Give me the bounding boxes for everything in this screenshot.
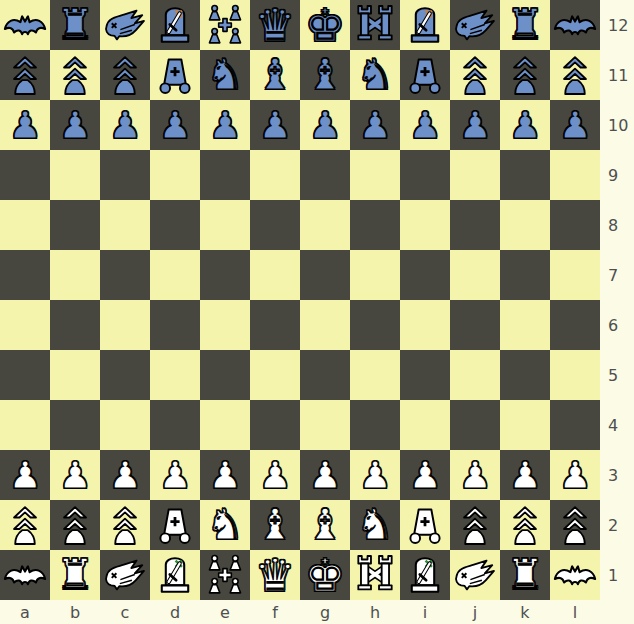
file-label-k: k [500, 600, 550, 624]
piece-black-eagle [452, 2, 498, 48]
square-d9[interactable] [150, 150, 200, 200]
rank-label-11: 11 [600, 50, 634, 100]
square-c7[interactable] [100, 250, 150, 300]
square-a7[interactable] [0, 250, 50, 300]
square-a6[interactable] [0, 300, 50, 350]
square-l4[interactable] [550, 400, 600, 450]
piece-white-bat [2, 552, 48, 598]
square-a2[interactable] [0, 500, 50, 550]
piece-black-superpawn [102, 52, 148, 98]
square-k9[interactable] [500, 150, 550, 200]
square-d7[interactable] [150, 250, 200, 300]
square-l2[interactable] [550, 500, 600, 550]
square-f9[interactable] [250, 150, 300, 200]
file-label-f: f [250, 600, 300, 624]
square-k2[interactable] [500, 500, 550, 550]
piece-black-bishop: ♝ [306, 54, 344, 96]
piece-black-pawn: ♟ [58, 107, 91, 144]
square-b4[interactable] [50, 400, 100, 450]
board: ♜♛♚♜♞♝♝♞♟♟♟♟♟♟♟♟♟♟♟♟♟♟♟♟♟♟♟♟♟♟♟♟♞♝♝♞♜♛♚♜ [0, 0, 600, 600]
square-c6[interactable] [100, 300, 150, 350]
square-k4[interactable] [500, 400, 550, 450]
square-j3[interactable]: ♟ [450, 450, 500, 500]
file-label-i: i [400, 600, 450, 624]
square-b12[interactable]: ♜ [50, 0, 100, 50]
file-label-b: b [50, 600, 100, 624]
rank-label-2: 2 [600, 500, 634, 550]
square-i10[interactable]: ♟ [400, 100, 450, 150]
square-i9[interactable] [400, 150, 450, 200]
piece-black-rook: ♜ [506, 4, 544, 46]
rank-label-4: 4 [600, 400, 634, 450]
piece-black-queen: ♛ [255, 3, 295, 48]
square-c9[interactable] [100, 150, 150, 200]
square-k12[interactable]: ♜ [500, 0, 550, 50]
piece-black-rook: ♜ [56, 4, 94, 46]
piece-white-grave [402, 552, 448, 598]
square-h5[interactable] [350, 350, 400, 400]
square-d2[interactable] [150, 500, 200, 550]
square-c3[interactable]: ♟ [100, 450, 150, 500]
square-c5[interactable] [100, 350, 150, 400]
square-c11[interactable] [100, 50, 150, 100]
square-a12[interactable] [0, 0, 50, 50]
square-j9[interactable] [450, 150, 500, 200]
piece-white-bishop: ♝ [306, 504, 344, 546]
square-b10[interactable]: ♟ [50, 100, 100, 150]
square-e4[interactable] [200, 400, 250, 450]
square-b11[interactable] [50, 50, 100, 100]
piece-white-knight: ♞ [206, 504, 244, 546]
piece-black-superpawn [502, 52, 548, 98]
square-g5[interactable] [300, 350, 350, 400]
square-k8[interactable] [500, 200, 550, 250]
square-c12[interactable] [100, 0, 150, 50]
square-h2[interactable]: ♞ [350, 500, 400, 550]
piece-white-pawn: ♟ [558, 457, 591, 494]
square-g2[interactable]: ♝ [300, 500, 350, 550]
square-i11[interactable] [400, 50, 450, 100]
square-d1[interactable] [150, 550, 200, 600]
square-j11[interactable] [450, 50, 500, 100]
square-e11[interactable]: ♞ [200, 50, 250, 100]
piece-black-superpawn [552, 52, 598, 98]
square-d12[interactable] [150, 0, 200, 50]
piece-white-pawn: ♟ [108, 457, 141, 494]
square-h9[interactable] [350, 150, 400, 200]
square-l5[interactable] [550, 350, 600, 400]
file-label-c: c [100, 600, 150, 624]
piece-white-rook: ♜ [506, 554, 544, 596]
piece-white-pawn: ♟ [458, 457, 491, 494]
piece-black-bat [552, 2, 598, 48]
square-g1[interactable]: ♚ [300, 550, 350, 600]
file-label-h: h [350, 600, 400, 624]
square-b7[interactable] [50, 250, 100, 300]
square-l6[interactable] [550, 300, 600, 350]
piece-white-superpawn [452, 502, 498, 548]
rank-label-10: 10 [600, 100, 634, 150]
square-i12[interactable] [400, 0, 450, 50]
square-e8[interactable] [200, 200, 250, 250]
square-e2[interactable]: ♞ [200, 500, 250, 550]
square-h8[interactable] [350, 200, 400, 250]
square-l12[interactable] [550, 0, 600, 50]
square-i8[interactable] [400, 200, 450, 250]
piece-black-pawn: ♟ [158, 107, 191, 144]
piece-white-king: ♚ [305, 553, 345, 598]
piece-white-double-rook [352, 552, 398, 598]
piece-black-pawn: ♟ [558, 107, 591, 144]
piece-black-superpawn [52, 52, 98, 98]
square-l1[interactable] [550, 550, 600, 600]
square-c8[interactable] [100, 200, 150, 250]
piece-white-superpawn [2, 502, 48, 548]
piece-white-pawn: ♟ [58, 457, 91, 494]
piece-black-pawn: ♟ [408, 107, 441, 144]
square-d10[interactable]: ♟ [150, 100, 200, 150]
square-g3[interactable]: ♟ [300, 450, 350, 500]
rank-label-3: 3 [600, 450, 634, 500]
piece-white-bat [552, 552, 598, 598]
piece-white-pawn: ♟ [308, 457, 341, 494]
square-e10[interactable]: ♟ [200, 100, 250, 150]
piece-black-pawn: ♟ [208, 107, 241, 144]
piece-black-eagle [102, 2, 148, 48]
piece-white-knight: ♞ [356, 504, 394, 546]
piece-white-pawn: ♟ [508, 457, 541, 494]
square-a9[interactable] [0, 150, 50, 200]
file-label-g: g [300, 600, 350, 624]
square-a4[interactable] [0, 400, 50, 450]
square-j2[interactable] [450, 500, 500, 550]
square-f7[interactable] [250, 250, 300, 300]
square-f12[interactable]: ♛ [250, 0, 300, 50]
square-e1[interactable] [200, 550, 250, 600]
square-d4[interactable] [150, 400, 200, 450]
rank-label-7: 7 [600, 250, 634, 300]
square-k3[interactable]: ♟ [500, 450, 550, 500]
square-d11[interactable] [150, 50, 200, 100]
piece-black-knight: ♞ [356, 54, 394, 96]
piece-black-king: ♚ [305, 3, 345, 48]
square-h3[interactable]: ♟ [350, 450, 400, 500]
piece-black-pawn: ♟ [8, 107, 41, 144]
square-b5[interactable] [50, 350, 100, 400]
square-j7[interactable] [450, 250, 500, 300]
square-e5[interactable] [200, 350, 250, 400]
file-labels: abcdefghijkl [0, 600, 600, 624]
piece-black-pawn: ♟ [358, 107, 391, 144]
square-g6[interactable] [300, 300, 350, 350]
piece-black-grave [402, 2, 448, 48]
piece-black-superpawn [2, 52, 48, 98]
square-j8[interactable] [450, 200, 500, 250]
piece-black-war-machine [402, 52, 448, 98]
piece-black-grave [152, 2, 198, 48]
square-b2[interactable] [50, 500, 100, 550]
square-i2[interactable] [400, 500, 450, 550]
piece-white-pawn: ♟ [408, 457, 441, 494]
square-b8[interactable] [50, 200, 100, 250]
piece-white-pawn: ♟ [208, 457, 241, 494]
rank-label-5: 5 [600, 350, 634, 400]
square-f5[interactable] [250, 350, 300, 400]
square-f6[interactable] [250, 300, 300, 350]
square-e9[interactable] [200, 150, 250, 200]
square-h6[interactable] [350, 300, 400, 350]
piece-white-bishop: ♝ [256, 504, 294, 546]
square-g4[interactable] [300, 400, 350, 450]
piece-white-pawn: ♟ [258, 457, 291, 494]
square-e3[interactable]: ♟ [200, 450, 250, 500]
square-j5[interactable] [450, 350, 500, 400]
file-label-j: j [450, 600, 500, 624]
square-a11[interactable] [0, 50, 50, 100]
piece-white-eagle [452, 552, 498, 598]
square-i1[interactable] [400, 550, 450, 600]
piece-white-superpawn [552, 502, 598, 548]
square-l7[interactable] [550, 250, 600, 300]
rank-label-8: 8 [600, 200, 634, 250]
square-f1[interactable]: ♛ [250, 550, 300, 600]
piece-black-knight: ♞ [206, 54, 244, 96]
piece-black-pawn: ♟ [458, 107, 491, 144]
piece-white-superpawn [502, 502, 548, 548]
piece-black-pawn: ♟ [508, 107, 541, 144]
piece-black-double-rook [352, 2, 398, 48]
square-f2[interactable]: ♝ [250, 500, 300, 550]
rank-label-6: 6 [600, 300, 634, 350]
square-c10[interactable]: ♟ [100, 100, 150, 150]
rank-label-9: 9 [600, 150, 634, 200]
square-e12[interactable] [200, 0, 250, 50]
piece-white-pawn: ♟ [8, 457, 41, 494]
rank-label-1: 1 [600, 550, 634, 600]
file-label-l: l [550, 600, 600, 624]
file-label-a: a [0, 600, 50, 624]
piece-white-superpawn [52, 502, 98, 548]
square-f8[interactable] [250, 200, 300, 250]
square-k1[interactable]: ♜ [500, 550, 550, 600]
square-h11[interactable]: ♞ [350, 50, 400, 100]
square-g10[interactable]: ♟ [300, 100, 350, 150]
piece-black-pawn: ♟ [108, 107, 141, 144]
square-k5[interactable] [500, 350, 550, 400]
square-h4[interactable] [350, 400, 400, 450]
piece-white-bishop-cluster [202, 552, 248, 598]
square-g11[interactable]: ♝ [300, 50, 350, 100]
square-j12[interactable] [450, 0, 500, 50]
piece-white-grave [152, 552, 198, 598]
game-window: ♜♛♚♜♞♝♝♞♟♟♟♟♟♟♟♟♟♟♟♟♟♟♟♟♟♟♟♟♟♟♟♟♞♝♝♞♜♛♚♜… [0, 0, 634, 624]
square-j6[interactable] [450, 300, 500, 350]
rank-label-12: 12 [600, 0, 634, 50]
square-j10[interactable]: ♟ [450, 100, 500, 150]
square-l9[interactable] [550, 150, 600, 200]
square-j1[interactable] [450, 550, 500, 600]
square-e6[interactable] [200, 300, 250, 350]
square-l11[interactable] [550, 50, 600, 100]
piece-black-bishop-cluster [202, 2, 248, 48]
square-i6[interactable] [400, 300, 450, 350]
square-f11[interactable]: ♝ [250, 50, 300, 100]
piece-black-pawn: ♟ [258, 107, 291, 144]
piece-black-bishop: ♝ [256, 54, 294, 96]
square-i5[interactable] [400, 350, 450, 400]
square-k7[interactable] [500, 250, 550, 300]
piece-white-eagle [102, 552, 148, 598]
square-l10[interactable]: ♟ [550, 100, 600, 150]
piece-white-superpawn [102, 502, 148, 548]
square-a5[interactable] [0, 350, 50, 400]
square-d6[interactable] [150, 300, 200, 350]
square-h10[interactable]: ♟ [350, 100, 400, 150]
square-l3[interactable]: ♟ [550, 450, 600, 500]
square-g7[interactable] [300, 250, 350, 300]
piece-white-queen: ♛ [255, 553, 295, 598]
piece-black-war-machine [152, 52, 198, 98]
piece-white-war-machine [402, 502, 448, 548]
square-g8[interactable] [300, 200, 350, 250]
piece-white-war-machine [152, 502, 198, 548]
file-label-d: d [150, 600, 200, 624]
square-i7[interactable] [400, 250, 450, 300]
square-e7[interactable] [200, 250, 250, 300]
square-c4[interactable] [100, 400, 150, 450]
piece-black-bat [2, 2, 48, 48]
square-k11[interactable] [500, 50, 550, 100]
square-i4[interactable] [400, 400, 450, 450]
square-f3[interactable]: ♟ [250, 450, 300, 500]
square-g12[interactable]: ♚ [300, 0, 350, 50]
square-a10[interactable]: ♟ [0, 100, 50, 150]
square-h12[interactable] [350, 0, 400, 50]
piece-white-pawn: ♟ [158, 457, 191, 494]
square-g9[interactable] [300, 150, 350, 200]
square-k6[interactable] [500, 300, 550, 350]
square-k10[interactable]: ♟ [500, 100, 550, 150]
piece-white-rook: ♜ [56, 554, 94, 596]
square-b9[interactable] [50, 150, 100, 200]
square-c1[interactable] [100, 550, 150, 600]
square-c2[interactable] [100, 500, 150, 550]
square-h7[interactable] [350, 250, 400, 300]
square-f10[interactable]: ♟ [250, 100, 300, 150]
square-j4[interactable] [450, 400, 500, 450]
square-d3[interactable]: ♟ [150, 450, 200, 500]
square-a1[interactable] [0, 550, 50, 600]
file-label-e: e [200, 600, 250, 624]
square-f4[interactable] [250, 400, 300, 450]
square-a3[interactable]: ♟ [0, 450, 50, 500]
rank-labels: 121110987654321 [600, 0, 634, 600]
piece-black-superpawn [452, 52, 498, 98]
square-i3[interactable]: ♟ [400, 450, 450, 500]
square-d8[interactable] [150, 200, 200, 250]
square-l8[interactable] [550, 200, 600, 250]
square-a8[interactable] [0, 200, 50, 250]
square-b6[interactable] [50, 300, 100, 350]
square-d5[interactable] [150, 350, 200, 400]
square-b1[interactable]: ♜ [50, 550, 100, 600]
square-b3[interactable]: ♟ [50, 450, 100, 500]
piece-white-pawn: ♟ [358, 457, 391, 494]
piece-black-pawn: ♟ [308, 107, 341, 144]
square-h1[interactable] [350, 550, 400, 600]
